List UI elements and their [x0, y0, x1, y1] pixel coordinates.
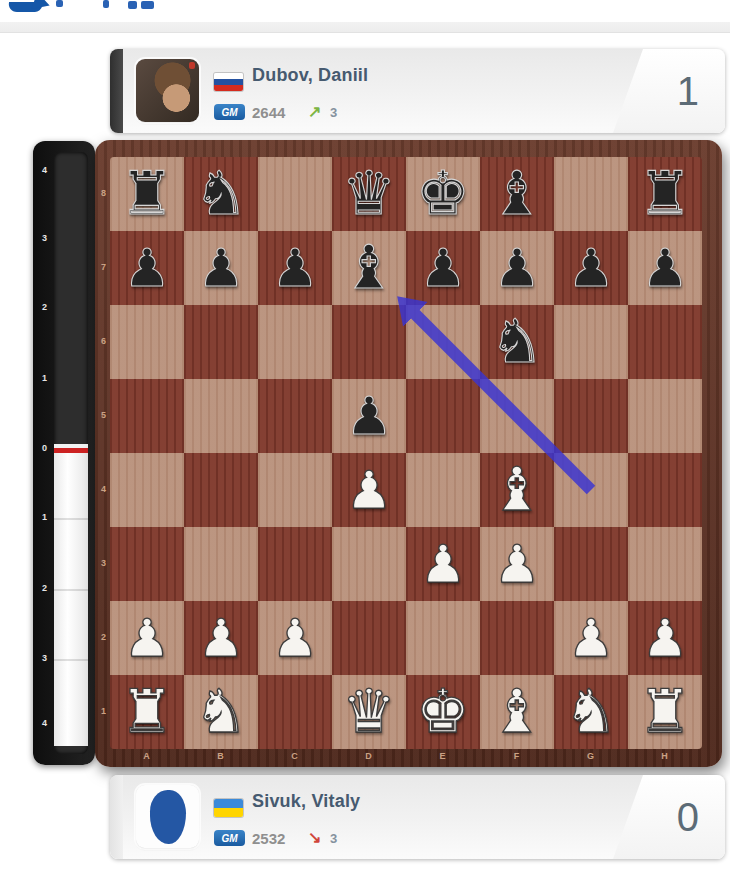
square-h4[interactable] [628, 453, 702, 527]
piece-bb-d7[interactable]: ♝ [342, 231, 396, 305]
toolbar-strip [0, 0, 730, 22]
player-name[interactable]: Dubov, Daniil [252, 65, 368, 86]
file-label-c: C [258, 751, 332, 761]
player-bar-top: Dubov, Daniil GM 2644 ↗ 3 1 [110, 49, 725, 133]
square-c8[interactable] [258, 157, 332, 231]
piece-bq-d8[interactable]: ♛ [342, 157, 396, 231]
file-label-e: E [406, 751, 480, 761]
piece-bn-b8[interactable]: ♞ [194, 157, 248, 231]
square-c4[interactable] [258, 453, 332, 527]
rank-label-5: 5 [98, 410, 109, 420]
eval-gridline [54, 659, 88, 661]
square-a2[interactable]: ♟ [110, 601, 184, 675]
piece-bk-e8[interactable]: ♚ [416, 157, 470, 231]
square-g1[interactable]: ♞ [554, 675, 628, 749]
square-f6[interactable]: ♞ [480, 305, 554, 379]
file-label-b: B [184, 751, 258, 761]
piece-wp-g2[interactable]: ♟ [568, 601, 615, 675]
eval-tick-3: 1 [38, 373, 51, 383]
avatar [136, 59, 199, 122]
square-g6[interactable] [554, 305, 628, 379]
square-f7[interactable]: ♟ [480, 231, 554, 305]
square-h2[interactable]: ♟ [628, 601, 702, 675]
flag-russia-icon [214, 73, 243, 91]
square-f8[interactable]: ♝ [480, 157, 554, 231]
player-rating: 2644 [252, 104, 285, 121]
avatar-photo-detail [189, 62, 195, 69]
square-b6[interactable] [184, 305, 258, 379]
square-b1[interactable]: ♞ [184, 675, 258, 749]
piece-bb-f8[interactable]: ♝ [490, 157, 544, 231]
square-h6[interactable] [628, 305, 702, 379]
square-c7[interactable]: ♟ [258, 231, 332, 305]
rating-change: 3 [330, 831, 337, 846]
eval-tick-2: 2 [38, 302, 51, 312]
square-g7[interactable]: ♟ [554, 231, 628, 305]
avatar-placeholder [136, 785, 199, 848]
square-f5[interactable] [480, 379, 554, 453]
score-wedge [613, 49, 725, 133]
score-wedge [613, 775, 725, 859]
square-e5[interactable] [406, 379, 480, 453]
toolbar-partial-glyph [141, 1, 154, 9]
square-c1[interactable] [258, 675, 332, 749]
square-e8[interactable]: ♚ [406, 157, 480, 231]
square-d7[interactable]: ♝ [332, 231, 406, 305]
rating-change: 3 [330, 105, 337, 120]
player-rating: 2532 [252, 830, 285, 847]
square-b4[interactable] [184, 453, 258, 527]
match-score: 1 [677, 69, 699, 114]
file-label-g: G [554, 751, 628, 761]
player-bar-edge [110, 49, 123, 133]
piece-wn-g1[interactable]: ♞ [564, 675, 618, 749]
square-g2[interactable]: ♟ [554, 601, 628, 675]
eval-gridline [54, 589, 88, 591]
toolbar-partial-glyph [56, 0, 63, 7]
square-a5[interactable] [110, 379, 184, 453]
square-b3[interactable] [184, 527, 258, 601]
square-h3[interactable] [628, 527, 702, 601]
eval-track [54, 152, 88, 754]
trend-down-icon: ↘ [308, 828, 321, 847]
square-h7[interactable]: ♟ [628, 231, 702, 305]
square-e2[interactable] [406, 601, 480, 675]
rank-label-4: 4 [98, 484, 109, 494]
square-d1[interactable]: ♛ [332, 675, 406, 749]
square-b8[interactable]: ♞ [184, 157, 258, 231]
player-bar-bottom: Sivuk, Vitaly GM 2532 ↘ 3 0 [110, 775, 725, 859]
gm-badge: GM [214, 104, 245, 120]
piece-wr-h1[interactable]: ♜ [638, 675, 692, 749]
square-d2[interactable] [332, 601, 406, 675]
square-g5[interactable] [554, 379, 628, 453]
square-f4[interactable]: ♝ [480, 453, 554, 527]
piece-br-h8[interactable]: ♜ [638, 157, 692, 231]
square-a8[interactable]: ♜ [110, 157, 184, 231]
square-a6[interactable] [110, 305, 184, 379]
square-e7[interactable]: ♟ [406, 231, 480, 305]
eval-tick-6: 2 [38, 583, 51, 593]
square-a4[interactable] [110, 453, 184, 527]
board-grid: ♜♞♛♚♝♜♟♟♟♝♟♟♟♟♞♟♟♝♟♟♟♟♟♟♟♜♞♛♚♝♞♜ [110, 157, 702, 749]
square-d5[interactable]: ♟ [332, 379, 406, 453]
piece-wp-h2[interactable]: ♟ [642, 601, 689, 675]
piece-wp-d4[interactable]: ♟ [346, 453, 393, 527]
piece-wr-a1[interactable]: ♜ [120, 675, 174, 749]
square-c6[interactable] [258, 305, 332, 379]
piece-wb-f1[interactable]: ♝ [490, 675, 544, 749]
square-h8[interactable]: ♜ [628, 157, 702, 231]
square-e1[interactable]: ♚ [406, 675, 480, 749]
square-c2[interactable]: ♟ [258, 601, 332, 675]
square-a1[interactable]: ♜ [110, 675, 184, 749]
piece-bp-b7[interactable]: ♟ [198, 231, 245, 305]
chess-board: ♜♞♛♚♝♜♟♟♟♝♟♟♟♟♞♟♟♝♟♟♟♟♟♟♟♜♞♛♚♝♞♜ 8765432… [95, 140, 722, 767]
avatar [136, 785, 199, 848]
match-score: 0 [677, 795, 699, 840]
eval-white-fill [54, 453, 88, 746]
rank-label-2: 2 [98, 632, 109, 642]
square-a7[interactable]: ♟ [110, 231, 184, 305]
square-a3[interactable] [110, 527, 184, 601]
file-label-d: D [332, 751, 406, 761]
square-e4[interactable] [406, 453, 480, 527]
eval-gridline [54, 518, 88, 520]
square-f2[interactable] [480, 601, 554, 675]
trend-up-icon: ↗ [308, 102, 321, 121]
square-d4[interactable]: ♟ [332, 453, 406, 527]
rank-label-1: 1 [98, 706, 109, 716]
square-h1[interactable]: ♜ [628, 675, 702, 749]
piece-wb-f4[interactable]: ♝ [490, 453, 544, 527]
gm-badge: GM [214, 830, 245, 846]
eval-tick-8: 4 [38, 718, 51, 728]
square-b7[interactable]: ♟ [184, 231, 258, 305]
square-g3[interactable] [554, 527, 628, 601]
piece-bp-g7[interactable]: ♟ [568, 231, 615, 305]
square-d6[interactable] [332, 305, 406, 379]
square-h5[interactable] [628, 379, 702, 453]
rank-label-8: 8 [98, 188, 109, 198]
eval-tick-1: 3 [38, 233, 51, 243]
player-name[interactable]: Sivuk, Vitaly [252, 791, 360, 812]
player-bar-edge [110, 775, 123, 859]
file-label-f: F [480, 751, 554, 761]
eval-tick-7: 3 [38, 653, 51, 663]
flag-ukraine-icon [214, 799, 243, 817]
piece-bn-f6[interactable]: ♞ [490, 305, 544, 379]
separator-band [0, 22, 730, 33]
square-b5[interactable] [184, 379, 258, 453]
rank-label-7: 7 [98, 262, 109, 272]
piece-wk-e1[interactable]: ♚ [416, 675, 470, 749]
piece-wq-d1[interactable]: ♛ [342, 675, 396, 749]
square-g8[interactable] [554, 157, 628, 231]
piece-bp-e7[interactable]: ♟ [420, 231, 467, 305]
eval-marker [54, 448, 88, 453]
piece-wn-b1[interactable]: ♞ [194, 675, 248, 749]
piece-wp-b2[interactable]: ♟ [198, 601, 245, 675]
square-c5[interactable] [258, 379, 332, 453]
square-d3[interactable] [332, 527, 406, 601]
piece-bp-d5[interactable]: ♟ [346, 379, 393, 453]
toolbar-partial-glyph [128, 1, 137, 9]
person-silhouette-icon [150, 790, 186, 844]
piece-wp-a2[interactable]: ♟ [124, 601, 171, 675]
eval-tick-0: 4 [38, 165, 51, 175]
file-label-h: H [628, 751, 702, 761]
square-f3[interactable]: ♟ [480, 527, 554, 601]
rank-label-3: 3 [98, 558, 109, 568]
square-c3[interactable] [258, 527, 332, 601]
square-g4[interactable] [554, 453, 628, 527]
file-label-a: A [110, 751, 184, 761]
piece-br-a8[interactable]: ♜ [120, 157, 174, 231]
piece-bp-f7[interactable]: ♟ [494, 231, 541, 305]
piece-bp-h7[interactable]: ♟ [642, 231, 689, 305]
square-e3[interactable]: ♟ [406, 527, 480, 601]
piece-wp-f3[interactable]: ♟ [494, 527, 541, 601]
eval-tick-4: 0 [38, 443, 51, 453]
share-icon[interactable] [8, 0, 54, 16]
piece-wp-e3[interactable]: ♟ [420, 527, 467, 601]
eval-bar: 432101234 [33, 141, 95, 765]
piece-bp-c7[interactable]: ♟ [272, 231, 319, 305]
square-e6[interactable] [406, 305, 480, 379]
square-d8[interactable]: ♛ [332, 157, 406, 231]
toolbar-partial-glyph [103, 0, 109, 8]
square-b2[interactable]: ♟ [184, 601, 258, 675]
rank-label-6: 6 [98, 336, 109, 346]
square-f1[interactable]: ♝ [480, 675, 554, 749]
piece-wp-c2[interactable]: ♟ [272, 601, 319, 675]
eval-tick-5: 1 [38, 512, 51, 522]
piece-bp-a7[interactable]: ♟ [124, 231, 171, 305]
